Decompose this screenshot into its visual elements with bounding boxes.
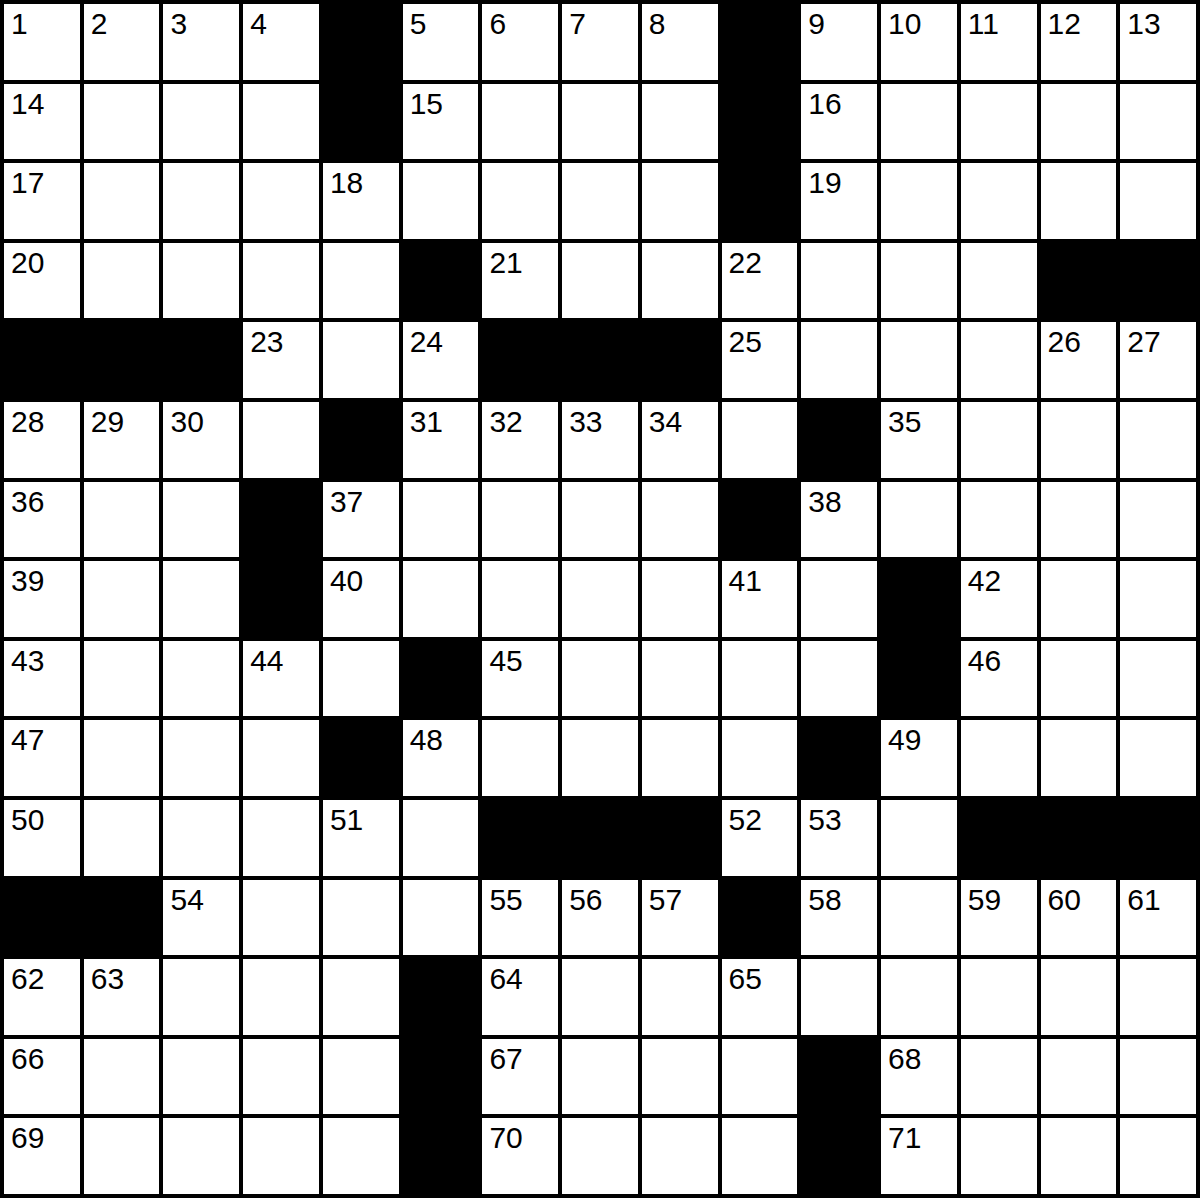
cell-r4c4[interactable] — [243, 243, 319, 319]
cell-r14c3[interactable] — [163, 1039, 239, 1115]
cell-r5c10[interactable]: 25 — [722, 322, 798, 398]
cell-r10c1[interactable]: 47 — [4, 720, 80, 796]
cell-r3c3[interactable] — [163, 163, 239, 239]
cell-r7c3[interactable] — [163, 482, 239, 558]
cell-r7c6[interactable] — [403, 482, 479, 558]
clue-number: 8 — [649, 7, 666, 40]
cell-r10c15[interactable] — [1120, 720, 1196, 796]
cell-r5c5[interactable] — [323, 322, 399, 398]
cell-r9c2[interactable] — [84, 641, 160, 717]
clue-number: 30 — [170, 405, 203, 438]
clue-number: 46 — [968, 644, 1001, 677]
cell-r14c7[interactable]: 67 — [482, 1039, 558, 1115]
clue-number: 13 — [1127, 7, 1160, 40]
clue-number: 33 — [569, 405, 602, 438]
clue-number: 41 — [729, 564, 762, 597]
cell-r2c3[interactable] — [163, 84, 239, 160]
clue-number: 22 — [729, 246, 762, 279]
clue-number: 6 — [489, 7, 506, 40]
cell-r8c11[interactable] — [801, 561, 877, 637]
clue-number: 66 — [11, 1042, 44, 1075]
crossword-grid: 1234567891011121314151617181920212223242… — [0, 0, 1200, 1198]
cell-r7c2[interactable] — [84, 482, 160, 558]
cell-r5c11[interactable] — [801, 322, 877, 398]
cell-r4c9[interactable] — [642, 243, 718, 319]
cell-r1c9[interactable]: 8 — [642, 4, 718, 80]
cell-r14c8[interactable] — [562, 1039, 638, 1115]
clue-number: 45 — [489, 644, 522, 677]
cell-r14c14[interactable] — [1041, 1039, 1117, 1115]
cell-r6c10[interactable] — [722, 402, 798, 478]
cell-r12c7[interactable]: 55 — [482, 880, 558, 956]
cell-r5c6[interactable]: 24 — [403, 322, 479, 398]
cell-r1c1[interactable]: 1 — [4, 4, 80, 80]
cell-r10c5 — [323, 720, 399, 796]
clue-number: 52 — [729, 803, 762, 836]
cell-r2c4[interactable] — [243, 84, 319, 160]
cell-r12c6[interactable] — [403, 880, 479, 956]
cell-r4c3[interactable] — [163, 243, 239, 319]
clue-number: 23 — [250, 325, 283, 358]
clue-number: 55 — [489, 883, 522, 916]
cell-r2c1[interactable]: 14 — [4, 84, 80, 160]
cell-r7c15[interactable] — [1120, 482, 1196, 558]
cell-r5c14[interactable]: 26 — [1041, 322, 1117, 398]
cell-r4c13[interactable] — [961, 243, 1037, 319]
cell-r10c14[interactable] — [1041, 720, 1117, 796]
cell-r14c12[interactable]: 68 — [881, 1039, 957, 1115]
clue-number: 5 — [410, 7, 427, 40]
cell-r11c15 — [1120, 800, 1196, 876]
cell-r11c10[interactable]: 52 — [722, 800, 798, 876]
cell-r10c9[interactable] — [642, 720, 718, 796]
cell-r13c4[interactable] — [243, 959, 319, 1035]
cell-r6c15[interactable] — [1120, 402, 1196, 478]
cell-r3c7[interactable] — [482, 163, 558, 239]
cell-r8c7[interactable] — [482, 561, 558, 637]
clue-number: 31 — [410, 405, 443, 438]
cell-r7c9[interactable] — [642, 482, 718, 558]
cell-r8c6[interactable] — [403, 561, 479, 637]
cell-r10c13[interactable] — [961, 720, 1037, 796]
clue-number: 56 — [569, 883, 602, 916]
cell-r8c9[interactable] — [642, 561, 718, 637]
clue-number: 19 — [808, 166, 841, 199]
cell-r14c1[interactable]: 66 — [4, 1039, 80, 1115]
cell-r8c4 — [243, 561, 319, 637]
cell-r2c13[interactable] — [961, 84, 1037, 160]
clue-number: 35 — [888, 405, 921, 438]
cell-r14c10[interactable] — [722, 1039, 798, 1115]
cell-r8c2[interactable] — [84, 561, 160, 637]
cell-r3c6[interactable] — [403, 163, 479, 239]
cell-r1c13[interactable]: 11 — [961, 4, 1037, 80]
clue-number: 10 — [888, 7, 921, 40]
cell-r11c5[interactable]: 51 — [323, 800, 399, 876]
clue-number: 50 — [11, 803, 44, 836]
cell-r12c9[interactable]: 57 — [642, 880, 718, 956]
cell-r4c2[interactable] — [84, 243, 160, 319]
cell-r1c5 — [323, 4, 399, 80]
cell-r7c5[interactable]: 37 — [323, 482, 399, 558]
cell-r3c4[interactable] — [243, 163, 319, 239]
cell-r2c2[interactable] — [84, 84, 160, 160]
cell-r14c5[interactable] — [323, 1039, 399, 1115]
cell-r14c13[interactable] — [961, 1039, 1037, 1115]
cell-r12c13[interactable]: 59 — [961, 880, 1037, 956]
cell-r9c11[interactable] — [801, 641, 877, 717]
cell-r15c6 — [403, 1118, 479, 1194]
clue-number: 71 — [888, 1121, 921, 1154]
cell-r9c1[interactable]: 43 — [4, 641, 80, 717]
cell-r3c11[interactable]: 19 — [801, 163, 877, 239]
cell-r11c4[interactable] — [243, 800, 319, 876]
clue-number: 17 — [11, 166, 44, 199]
clue-number: 53 — [808, 803, 841, 836]
cell-r10c11 — [801, 720, 877, 796]
cell-r2c12[interactable] — [881, 84, 957, 160]
cell-r11c7 — [482, 800, 558, 876]
cell-r3c12[interactable] — [881, 163, 957, 239]
cell-r6c7[interactable]: 32 — [482, 402, 558, 478]
clue-number: 64 — [489, 962, 522, 995]
cell-r12c2 — [84, 880, 160, 956]
cell-r5c3 — [163, 322, 239, 398]
cell-r2c11[interactable]: 16 — [801, 84, 877, 160]
cell-r7c7[interactable] — [482, 482, 558, 558]
clue-number: 61 — [1127, 883, 1160, 916]
cell-r11c11[interactable]: 53 — [801, 800, 877, 876]
cell-r6c5 — [323, 402, 399, 478]
cell-r13c15[interactable] — [1120, 959, 1196, 1035]
clue-number: 12 — [1048, 7, 1081, 40]
cell-r8c12 — [881, 561, 957, 637]
clue-number: 29 — [91, 405, 124, 438]
cell-r12c4[interactable] — [243, 880, 319, 956]
cell-r12c15[interactable]: 61 — [1120, 880, 1196, 956]
clue-number: 63 — [91, 962, 124, 995]
cell-r15c14[interactable] — [1041, 1118, 1117, 1194]
clue-number: 21 — [489, 246, 522, 279]
cell-r4c8[interactable] — [562, 243, 638, 319]
cell-r4c1[interactable]: 20 — [4, 243, 80, 319]
clue-number: 57 — [649, 883, 682, 916]
clue-number: 48 — [410, 723, 443, 756]
cell-r10c7[interactable] — [482, 720, 558, 796]
clue-number: 37 — [330, 485, 363, 518]
cell-r11c12[interactable] — [881, 800, 957, 876]
cell-r15c15[interactable] — [1120, 1118, 1196, 1194]
cell-r12c5[interactable] — [323, 880, 399, 956]
cell-r15c8[interactable] — [562, 1118, 638, 1194]
clue-number: 9 — [808, 7, 825, 40]
cell-r13c2[interactable]: 63 — [84, 959, 160, 1035]
cell-r9c12 — [881, 641, 957, 717]
cell-r11c2[interactable] — [84, 800, 160, 876]
cell-r3c2[interactable] — [84, 163, 160, 239]
clue-number: 2 — [91, 7, 108, 40]
cell-r14c15[interactable] — [1120, 1039, 1196, 1115]
cell-r8c5[interactable]: 40 — [323, 561, 399, 637]
cell-r5c15[interactable]: 27 — [1120, 322, 1196, 398]
cell-r3c5[interactable]: 18 — [323, 163, 399, 239]
cell-r13c11[interactable] — [801, 959, 877, 1035]
cell-r8c14[interactable] — [1041, 561, 1117, 637]
cell-r3c14[interactable] — [1041, 163, 1117, 239]
clue-number: 34 — [649, 405, 682, 438]
clue-number: 60 — [1048, 883, 1081, 916]
clue-number: 49 — [888, 723, 921, 756]
cell-r11c3[interactable] — [163, 800, 239, 876]
cell-r4c6 — [403, 243, 479, 319]
cell-r9c13[interactable]: 46 — [961, 641, 1037, 717]
cell-r6c4[interactable] — [243, 402, 319, 478]
cell-r13c9[interactable] — [642, 959, 718, 1035]
cell-r3c13[interactable] — [961, 163, 1037, 239]
cell-r15c13[interactable] — [961, 1118, 1037, 1194]
cell-r12c12[interactable] — [881, 880, 957, 956]
cell-r5c7 — [482, 322, 558, 398]
cell-r9c7[interactable]: 45 — [482, 641, 558, 717]
cell-r6c12[interactable]: 35 — [881, 402, 957, 478]
cell-r1c10 — [722, 4, 798, 80]
clue-number: 14 — [11, 87, 44, 120]
cell-r2c10 — [722, 84, 798, 160]
cell-r8c15[interactable] — [1120, 561, 1196, 637]
cell-r13c7[interactable]: 64 — [482, 959, 558, 1035]
cell-r12c8[interactable]: 56 — [562, 880, 638, 956]
cell-r2c6[interactable]: 15 — [403, 84, 479, 160]
cell-r7c8[interactable] — [562, 482, 638, 558]
cell-r2c15[interactable] — [1120, 84, 1196, 160]
cell-r9c10[interactable] — [722, 641, 798, 717]
cell-r10c12[interactable]: 49 — [881, 720, 957, 796]
cell-r8c3[interactable] — [163, 561, 239, 637]
cell-r1c11[interactable]: 9 — [801, 4, 877, 80]
cell-r8c10[interactable]: 41 — [722, 561, 798, 637]
clue-number: 65 — [729, 962, 762, 995]
cell-r13c5[interactable] — [323, 959, 399, 1035]
cell-r6c3[interactable]: 30 — [163, 402, 239, 478]
clue-number: 58 — [808, 883, 841, 916]
clue-number: 15 — [410, 87, 443, 120]
cell-r6c11 — [801, 402, 877, 478]
cell-r13c12[interactable] — [881, 959, 957, 1035]
clue-number: 27 — [1127, 325, 1160, 358]
cell-r14c6 — [403, 1039, 479, 1115]
cell-r5c9 — [642, 322, 718, 398]
cell-r15c7[interactable]: 70 — [482, 1118, 558, 1194]
cell-r4c14 — [1041, 243, 1117, 319]
cell-r7c14[interactable] — [1041, 482, 1117, 558]
cell-r4c11[interactable] — [801, 243, 877, 319]
clue-number: 47 — [11, 723, 44, 756]
cell-r12c11[interactable]: 58 — [801, 880, 877, 956]
cell-r9c14[interactable] — [1041, 641, 1117, 717]
clue-number: 20 — [11, 246, 44, 279]
clue-number: 59 — [968, 883, 1001, 916]
cell-r7c4 — [243, 482, 319, 558]
cell-r15c5[interactable] — [323, 1118, 399, 1194]
cell-r7c1[interactable]: 36 — [4, 482, 80, 558]
clue-number: 18 — [330, 166, 363, 199]
clue-number: 28 — [11, 405, 44, 438]
cell-r3c8[interactable] — [562, 163, 638, 239]
cell-r13c3[interactable] — [163, 959, 239, 1035]
cell-r13c6 — [403, 959, 479, 1035]
cell-r14c11 — [801, 1039, 877, 1115]
cell-r14c9[interactable] — [642, 1039, 718, 1115]
clue-number: 42 — [968, 564, 1001, 597]
cell-r13c14[interactable] — [1041, 959, 1117, 1035]
clue-number: 62 — [11, 962, 44, 995]
cell-r2c5 — [323, 84, 399, 160]
clue-number: 39 — [11, 564, 44, 597]
cell-r6c6[interactable]: 31 — [403, 402, 479, 478]
cell-r14c2[interactable] — [84, 1039, 160, 1115]
cell-r1c3[interactable]: 3 — [163, 4, 239, 80]
cell-r1c14[interactable]: 12 — [1041, 4, 1117, 80]
cell-r11c13 — [961, 800, 1037, 876]
cell-r2c14[interactable] — [1041, 84, 1117, 160]
cell-r1c15[interactable]: 13 — [1120, 4, 1196, 80]
cell-r6c2[interactable]: 29 — [84, 402, 160, 478]
cell-r8c1[interactable]: 39 — [4, 561, 80, 637]
cell-r9c9[interactable] — [642, 641, 718, 717]
cell-r15c1[interactable]: 69 — [4, 1118, 80, 1194]
cell-r14c4[interactable] — [243, 1039, 319, 1115]
cell-r10c3[interactable] — [163, 720, 239, 796]
cell-r15c9[interactable] — [642, 1118, 718, 1194]
cell-r13c8[interactable] — [562, 959, 638, 1035]
cell-r5c1 — [4, 322, 80, 398]
cell-r12c1 — [4, 880, 80, 956]
cell-r3c9[interactable] — [642, 163, 718, 239]
cell-r5c13[interactable] — [961, 322, 1037, 398]
clue-number: 1 — [11, 7, 28, 40]
cell-r9c3[interactable] — [163, 641, 239, 717]
clue-number: 4 — [250, 7, 267, 40]
clue-number: 40 — [330, 564, 363, 597]
clue-number: 51 — [330, 803, 363, 836]
clue-number: 11 — [968, 7, 999, 40]
cell-r10c8[interactable] — [562, 720, 638, 796]
cell-r11c8 — [562, 800, 638, 876]
cell-r1c4[interactable]: 4 — [243, 4, 319, 80]
cell-r6c13[interactable] — [961, 402, 1037, 478]
clue-number: 32 — [489, 405, 522, 438]
cell-r11c6[interactable] — [403, 800, 479, 876]
cell-r10c2[interactable] — [84, 720, 160, 796]
cell-r5c12[interactable] — [881, 322, 957, 398]
cell-r15c2[interactable] — [84, 1118, 160, 1194]
clue-number: 25 — [729, 325, 762, 358]
clue-number: 68 — [888, 1042, 921, 1075]
clue-number: 24 — [410, 325, 443, 358]
cell-r10c4[interactable] — [243, 720, 319, 796]
clue-number: 36 — [11, 485, 44, 518]
cell-r10c10[interactable] — [722, 720, 798, 796]
cell-r7c10 — [722, 482, 798, 558]
clue-number: 16 — [808, 87, 841, 120]
cell-r6c8[interactable]: 33 — [562, 402, 638, 478]
clue-number: 44 — [250, 644, 283, 677]
cell-r4c7[interactable]: 21 — [482, 243, 558, 319]
cell-r1c6[interactable]: 5 — [403, 4, 479, 80]
cell-r7c11[interactable]: 38 — [801, 482, 877, 558]
cell-r3c10 — [722, 163, 798, 239]
cell-r8c13[interactable]: 42 — [961, 561, 1037, 637]
cell-r4c12[interactable] — [881, 243, 957, 319]
cell-r6c14[interactable] — [1041, 402, 1117, 478]
cell-r15c3[interactable] — [163, 1118, 239, 1194]
clue-number: 70 — [489, 1121, 522, 1154]
cell-r13c13[interactable] — [961, 959, 1037, 1035]
cell-r15c4[interactable] — [243, 1118, 319, 1194]
cell-r9c6 — [403, 641, 479, 717]
cell-r9c15[interactable] — [1120, 641, 1196, 717]
cell-r2c7[interactable] — [482, 84, 558, 160]
cell-r3c1[interactable]: 17 — [4, 163, 80, 239]
cell-r12c10 — [722, 880, 798, 956]
cell-r2c8[interactable] — [562, 84, 638, 160]
cell-r10c6[interactable]: 48 — [403, 720, 479, 796]
cell-r1c2[interactable]: 2 — [84, 4, 160, 80]
cell-r3c15[interactable] — [1120, 163, 1196, 239]
cell-r8c8[interactable] — [562, 561, 638, 637]
cell-r13c1[interactable]: 62 — [4, 959, 80, 1035]
clue-number: 69 — [11, 1121, 44, 1154]
cell-r1c12[interactable]: 10 — [881, 4, 957, 80]
cell-r11c1[interactable]: 50 — [4, 800, 80, 876]
cell-r15c10[interactable] — [722, 1118, 798, 1194]
clue-number: 67 — [489, 1042, 522, 1075]
cell-r6c1[interactable]: 28 — [4, 402, 80, 478]
cell-r11c14 — [1041, 800, 1117, 876]
clue-number: 3 — [170, 7, 187, 40]
clue-number: 54 — [170, 883, 203, 916]
cell-r13c10[interactable]: 65 — [722, 959, 798, 1035]
clue-number: 7 — [569, 7, 586, 40]
clue-number: 38 — [808, 485, 841, 518]
cell-r12c14[interactable]: 60 — [1041, 880, 1117, 956]
cell-r5c2 — [84, 322, 160, 398]
cell-r4c15 — [1120, 243, 1196, 319]
cell-r1c8[interactable]: 7 — [562, 4, 638, 80]
clue-number: 43 — [11, 644, 44, 677]
clue-number: 26 — [1048, 325, 1081, 358]
cell-r6c9[interactable]: 34 — [642, 402, 718, 478]
cell-r11c9 — [642, 800, 718, 876]
cell-r12c3[interactable]: 54 — [163, 880, 239, 956]
cell-r7c13[interactable] — [961, 482, 1037, 558]
cell-r9c4[interactable]: 44 — [243, 641, 319, 717]
cell-r4c5[interactable] — [323, 243, 399, 319]
cell-r1c7[interactable]: 6 — [482, 4, 558, 80]
cell-r9c8[interactable] — [562, 641, 638, 717]
cell-r4c10[interactable]: 22 — [722, 243, 798, 319]
cell-r5c4[interactable]: 23 — [243, 322, 319, 398]
cell-r9c5[interactable] — [323, 641, 399, 717]
cell-r15c12[interactable]: 71 — [881, 1118, 957, 1194]
cell-r2c9[interactable] — [642, 84, 718, 160]
cell-r15c11 — [801, 1118, 877, 1194]
cell-r5c8 — [562, 322, 638, 398]
cell-r7c12[interactable] — [881, 482, 957, 558]
